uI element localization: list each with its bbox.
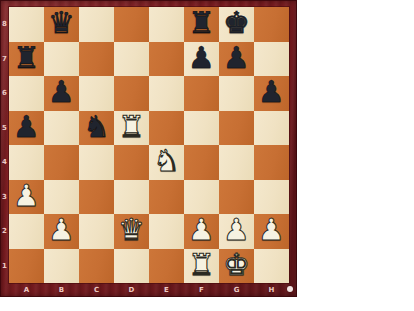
square-c2[interactable] bbox=[79, 214, 114, 249]
square-b3[interactable] bbox=[44, 180, 79, 215]
square-c5[interactable]: ♞ bbox=[79, 111, 114, 146]
square-b4[interactable] bbox=[44, 145, 79, 180]
square-c4[interactable] bbox=[79, 145, 114, 180]
piece-white-pawn: ♟ bbox=[48, 215, 75, 245]
rank-label-1: 1 bbox=[0, 249, 9, 284]
square-e7[interactable] bbox=[149, 42, 184, 77]
file-label-g: G bbox=[219, 283, 254, 297]
piece-black-pawn: ♟ bbox=[48, 77, 75, 107]
rank-labels: 87654321 bbox=[0, 7, 9, 283]
square-f7[interactable]: ♟ bbox=[184, 42, 219, 77]
square-g6[interactable] bbox=[219, 76, 254, 111]
file-labels: ABCDEFGH bbox=[9, 283, 289, 297]
square-e6[interactable] bbox=[149, 76, 184, 111]
piece-black-pawn: ♟ bbox=[258, 77, 285, 107]
piece-black-pawn: ♟ bbox=[223, 43, 250, 73]
piece-black-king: ♚ bbox=[223, 8, 250, 38]
piece-white-rook: ♜ bbox=[118, 112, 145, 142]
square-e4[interactable]: ♞ bbox=[149, 145, 184, 180]
square-c6[interactable] bbox=[79, 76, 114, 111]
square-h7[interactable] bbox=[254, 42, 289, 77]
side-to-move-indicator bbox=[287, 286, 293, 292]
square-f5[interactable] bbox=[184, 111, 219, 146]
square-g7[interactable]: ♟ bbox=[219, 42, 254, 77]
rank-label-8: 8 bbox=[0, 7, 9, 42]
square-d1[interactable] bbox=[114, 249, 149, 284]
file-label-b: B bbox=[44, 283, 79, 297]
square-d5[interactable]: ♜ bbox=[114, 111, 149, 146]
square-a5[interactable]: ♟ bbox=[9, 111, 44, 146]
board-grid: ♛♜♚♜♟♟♟♟♟♞♜♞♟♟♛♟♟♟♜♚ bbox=[9, 7, 289, 283]
square-h4[interactable] bbox=[254, 145, 289, 180]
square-d4[interactable] bbox=[114, 145, 149, 180]
square-a6[interactable] bbox=[9, 76, 44, 111]
square-d2[interactable]: ♛ bbox=[114, 214, 149, 249]
square-c7[interactable] bbox=[79, 42, 114, 77]
square-b6[interactable]: ♟ bbox=[44, 76, 79, 111]
piece-black-pawn: ♟ bbox=[188, 43, 215, 73]
square-g1[interactable]: ♚ bbox=[219, 249, 254, 284]
rank-label-7: 7 bbox=[0, 42, 9, 77]
square-h1[interactable] bbox=[254, 249, 289, 284]
file-label-f: F bbox=[184, 283, 219, 297]
square-h8[interactable] bbox=[254, 7, 289, 42]
square-e1[interactable] bbox=[149, 249, 184, 284]
piece-white-pawn: ♟ bbox=[188, 215, 215, 245]
file-label-h: H bbox=[254, 283, 289, 297]
rank-label-3: 3 bbox=[0, 180, 9, 215]
square-d8[interactable] bbox=[114, 7, 149, 42]
square-c1[interactable] bbox=[79, 249, 114, 284]
square-a3[interactable]: ♟ bbox=[9, 180, 44, 215]
square-e3[interactable] bbox=[149, 180, 184, 215]
square-g2[interactable]: ♟ bbox=[219, 214, 254, 249]
square-h2[interactable]: ♟ bbox=[254, 214, 289, 249]
square-a8[interactable] bbox=[9, 7, 44, 42]
square-d7[interactable] bbox=[114, 42, 149, 77]
square-e2[interactable] bbox=[149, 214, 184, 249]
square-g8[interactable]: ♚ bbox=[219, 7, 254, 42]
square-d3[interactable] bbox=[114, 180, 149, 215]
square-h3[interactable] bbox=[254, 180, 289, 215]
square-d6[interactable] bbox=[114, 76, 149, 111]
rank-label-5: 5 bbox=[0, 111, 9, 146]
square-a1[interactable] bbox=[9, 249, 44, 284]
piece-white-pawn: ♟ bbox=[258, 215, 285, 245]
piece-white-pawn: ♟ bbox=[13, 181, 40, 211]
file-label-c: C bbox=[79, 283, 114, 297]
chess-board: 87654321 ♛♜♚♜♟♟♟♟♟♞♜♞♟♟♛♟♟♟♜♚ ABCDEFGH bbox=[0, 0, 297, 297]
square-g5[interactable] bbox=[219, 111, 254, 146]
square-a2[interactable] bbox=[9, 214, 44, 249]
square-f2[interactable]: ♟ bbox=[184, 214, 219, 249]
square-f4[interactable] bbox=[184, 145, 219, 180]
piece-black-knight: ♞ bbox=[83, 112, 110, 142]
piece-white-king: ♚ bbox=[223, 250, 250, 280]
file-label-d: D bbox=[114, 283, 149, 297]
rank-label-4: 4 bbox=[0, 145, 9, 180]
page: 87654321 ♛♜♚♜♟♟♟♟♟♞♜♞♟♟♛♟♟♟♜♚ ABCDEFGH bbox=[0, 0, 414, 311]
file-label-a: A bbox=[9, 283, 44, 297]
file-label-e: E bbox=[149, 283, 184, 297]
square-f6[interactable] bbox=[184, 76, 219, 111]
piece-white-knight: ♞ bbox=[153, 146, 180, 176]
piece-black-rook: ♜ bbox=[13, 43, 40, 73]
piece-black-rook: ♜ bbox=[188, 8, 215, 38]
square-b7[interactable] bbox=[44, 42, 79, 77]
square-h5[interactable] bbox=[254, 111, 289, 146]
piece-black-pawn: ♟ bbox=[13, 112, 40, 142]
square-b2[interactable]: ♟ bbox=[44, 214, 79, 249]
piece-white-pawn: ♟ bbox=[223, 215, 250, 245]
square-a4[interactable] bbox=[9, 145, 44, 180]
square-e5[interactable] bbox=[149, 111, 184, 146]
square-f1[interactable]: ♜ bbox=[184, 249, 219, 284]
piece-white-queen: ♛ bbox=[118, 215, 145, 245]
square-c8[interactable] bbox=[79, 7, 114, 42]
square-f3[interactable] bbox=[184, 180, 219, 215]
square-f8[interactable]: ♜ bbox=[184, 7, 219, 42]
square-b8[interactable]: ♛ bbox=[44, 7, 79, 42]
square-g4[interactable] bbox=[219, 145, 254, 180]
piece-white-rook: ♜ bbox=[188, 250, 215, 280]
square-b5[interactable] bbox=[44, 111, 79, 146]
rank-label-6: 6 bbox=[0, 76, 9, 111]
square-c3[interactable] bbox=[79, 180, 114, 215]
square-a7[interactable]: ♜ bbox=[9, 42, 44, 77]
rank-label-2: 2 bbox=[0, 214, 9, 249]
square-g3[interactable] bbox=[219, 180, 254, 215]
square-h6[interactable]: ♟ bbox=[254, 76, 289, 111]
square-b1[interactable] bbox=[44, 249, 79, 284]
piece-black-queen: ♛ bbox=[48, 8, 75, 38]
square-e8[interactable] bbox=[149, 7, 184, 42]
